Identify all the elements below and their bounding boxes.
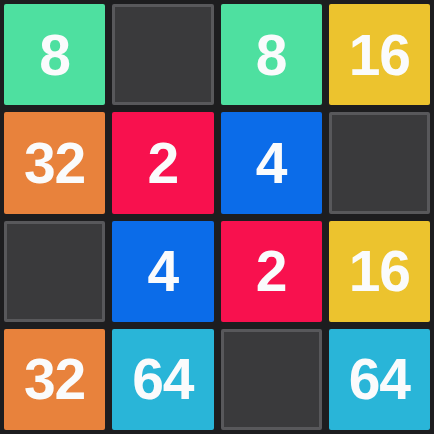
game-board[interactable]: 8 8 16 32 2 4 4 2 16 32 64 64 bbox=[0, 0, 434, 434]
cell-r1c3: 8 bbox=[221, 4, 322, 105]
cell-r4c2: 64 bbox=[112, 329, 213, 430]
cell-r2c4 bbox=[329, 112, 430, 213]
cell-r1c2 bbox=[112, 4, 213, 105]
tile-value: 16 bbox=[349, 22, 410, 88]
tile-value: 8 bbox=[39, 22, 70, 88]
cell-r4c1: 32 bbox=[4, 329, 105, 430]
tile-value: 4 bbox=[148, 238, 179, 304]
tile-value: 64 bbox=[132, 346, 193, 412]
cell-r3c1 bbox=[4, 221, 105, 322]
tile-value: 64 bbox=[349, 346, 410, 412]
tile-value: 4 bbox=[256, 130, 287, 196]
cell-r2c3: 4 bbox=[221, 112, 322, 213]
tile-value: 2 bbox=[148, 130, 179, 196]
cell-r4c4: 64 bbox=[329, 329, 430, 430]
cell-r3c2: 4 bbox=[112, 221, 213, 322]
tile-value: 32 bbox=[24, 130, 85, 196]
tile-value: 2 bbox=[256, 238, 287, 304]
cell-r1c4: 16 bbox=[329, 4, 430, 105]
tile-value: 8 bbox=[256, 22, 287, 88]
cell-r3c4: 16 bbox=[329, 221, 430, 322]
cell-r2c1: 32 bbox=[4, 112, 105, 213]
tile-value: 16 bbox=[349, 238, 410, 304]
cell-r2c2: 2 bbox=[112, 112, 213, 213]
cell-r4c3 bbox=[221, 329, 322, 430]
tile-value: 32 bbox=[24, 346, 85, 412]
cell-r3c3: 2 bbox=[221, 221, 322, 322]
cell-r1c1: 8 bbox=[4, 4, 105, 105]
